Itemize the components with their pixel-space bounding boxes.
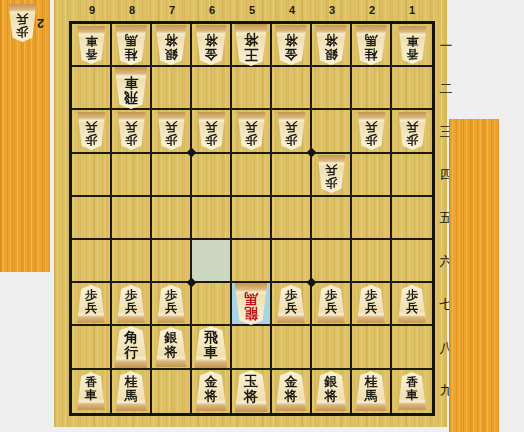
piece-kanji: 兵 bbox=[406, 120, 418, 133]
gote-pawn[interactable]: 歩兵 bbox=[237, 112, 266, 150]
sente-lance[interactable]: 香車 bbox=[77, 372, 106, 410]
square-5-4[interactable] bbox=[232, 154, 272, 197]
square-6-3[interactable]: 歩兵 bbox=[192, 110, 232, 153]
gote-pawn[interactable]: 歩兵 bbox=[117, 112, 146, 150]
gote-hand-pawn-count: 2 bbox=[37, 16, 44, 31]
square-9-1[interactable]: 香車 bbox=[72, 24, 112, 67]
piece-kanji: 歩 bbox=[406, 289, 418, 302]
square-9-2[interactable] bbox=[72, 67, 112, 110]
piece-kanji: 将 bbox=[165, 32, 178, 46]
gote-lance[interactable]: 香車 bbox=[398, 26, 427, 64]
piece-kanji: 香 bbox=[406, 46, 418, 59]
gote-silver[interactable]: 銀将 bbox=[155, 25, 187, 65]
square-9-4[interactable] bbox=[72, 154, 112, 197]
piece-kanji: 金 bbox=[285, 375, 298, 389]
piece-kanji: 車 bbox=[124, 74, 138, 89]
square-6-1[interactable]: 金将 bbox=[192, 24, 232, 67]
piece-kanji: 馬 bbox=[125, 32, 138, 46]
square-5-1[interactable]: 王将 bbox=[232, 24, 272, 67]
square-9-5[interactable] bbox=[72, 197, 112, 240]
piece-kanji: 将 bbox=[244, 31, 258, 46]
piece-kanji: 将 bbox=[205, 389, 218, 403]
piece-kanji: 歩 bbox=[365, 133, 377, 146]
piece-kanji: 兵 bbox=[125, 302, 137, 315]
piece-kanji: 兵 bbox=[85, 302, 97, 315]
file-label-6: 6 bbox=[200, 4, 224, 16]
piece-kanji: 歩 bbox=[285, 289, 297, 302]
piece-kanji: 飛 bbox=[204, 330, 218, 345]
square-6-5[interactable] bbox=[192, 197, 232, 240]
piece-kanji: 銀 bbox=[325, 375, 338, 389]
square-2-9[interactable]: 桂馬 bbox=[352, 370, 392, 413]
square-7-4[interactable] bbox=[152, 154, 192, 197]
gote-knight[interactable]: 桂馬 bbox=[355, 25, 387, 65]
piece-kanji: 桂 bbox=[125, 46, 138, 60]
gote-knight[interactable]: 桂馬 bbox=[115, 25, 147, 65]
square-1-8[interactable] bbox=[392, 326, 432, 369]
square-3-5[interactable] bbox=[312, 197, 352, 240]
square-6-9[interactable]: 金将 bbox=[192, 370, 232, 413]
square-2-3[interactable]: 歩兵 bbox=[352, 110, 392, 153]
piece-kanji: 王 bbox=[244, 46, 258, 61]
square-5-5[interactable] bbox=[232, 197, 272, 240]
file-label-8: 8 bbox=[120, 4, 144, 16]
square-3-2[interactable] bbox=[312, 67, 352, 110]
square-9-6[interactable] bbox=[72, 240, 112, 283]
piece-kanji: 兵 bbox=[406, 302, 418, 315]
square-1-3[interactable]: 歩兵 bbox=[392, 110, 432, 153]
gote-pawn[interactable]: 歩兵 bbox=[317, 155, 346, 193]
square-7-9[interactable] bbox=[152, 370, 192, 413]
rank-label-1: 一 bbox=[437, 37, 455, 55]
square-7-8[interactable]: 銀将 bbox=[152, 326, 192, 369]
square-8-8[interactable]: 角行 bbox=[112, 326, 152, 369]
file-label-9: 9 bbox=[80, 4, 104, 16]
square-3-9[interactable]: 銀将 bbox=[312, 370, 352, 413]
piece-kanji: 歩 bbox=[17, 25, 29, 38]
piece-kanji: 行 bbox=[124, 345, 138, 360]
square-9-3[interactable]: 歩兵 bbox=[72, 110, 112, 153]
square-8-5[interactable] bbox=[112, 197, 152, 240]
sente-pawn[interactable]: 歩兵 bbox=[357, 285, 386, 323]
gote-king[interactable]: 王将 bbox=[234, 24, 268, 66]
rank-label-2: 二 bbox=[437, 80, 455, 98]
square-4-5[interactable] bbox=[272, 197, 312, 240]
piece-kanji: 将 bbox=[325, 32, 338, 46]
file-label-1: 1 bbox=[400, 4, 424, 16]
gote-gold[interactable]: 金将 bbox=[195, 25, 227, 65]
piece-kanji: 歩 bbox=[165, 289, 177, 302]
piece-kanji: 将 bbox=[165, 345, 178, 359]
sente-pawn[interactable]: 歩兵 bbox=[117, 285, 146, 323]
piece-kanji: 兵 bbox=[205, 120, 217, 133]
sente-bishop[interactable]: 角行 bbox=[114, 326, 148, 368]
file-label-4: 4 bbox=[280, 4, 304, 16]
piece-kanji: 歩 bbox=[406, 133, 418, 146]
piece-kanji: 歩 bbox=[125, 133, 137, 146]
sente-pawn[interactable]: 歩兵 bbox=[398, 285, 427, 323]
square-2-8[interactable] bbox=[352, 326, 392, 369]
piece-kanji: 将 bbox=[325, 389, 338, 403]
piece-kanji: 兵 bbox=[325, 163, 337, 176]
gote-rook[interactable]: 飛車 bbox=[114, 67, 148, 109]
piece-kanji: 香 bbox=[85, 46, 97, 59]
file-label-3: 3 bbox=[320, 4, 344, 16]
square-7-2[interactable] bbox=[152, 67, 192, 110]
square-6-7[interactable] bbox=[192, 283, 232, 326]
piece-kanji: 兵 bbox=[125, 120, 137, 133]
piece-kanji: 兵 bbox=[285, 120, 297, 133]
square-4-4[interactable] bbox=[272, 154, 312, 197]
piece-kanji: 兵 bbox=[365, 302, 377, 315]
piece-kanji: 兵 bbox=[17, 12, 29, 25]
square-4-2[interactable] bbox=[272, 67, 312, 110]
piece-kanji: 桂 bbox=[365, 375, 378, 389]
piece-kanji: 歩 bbox=[325, 176, 337, 189]
gote-pawn[interactable]: 歩兵 bbox=[277, 112, 306, 150]
shogi-board: 987654321 香車桂馬銀将金将王将金将銀将桂馬香車飛車歩兵歩兵歩兵歩兵歩兵… bbox=[54, 0, 447, 427]
square-4-9[interactable]: 金将 bbox=[272, 370, 312, 413]
piece-kanji: 馬 bbox=[244, 290, 258, 305]
square-5-3[interactable]: 歩兵 bbox=[232, 110, 272, 153]
square-8-3[interactable]: 歩兵 bbox=[112, 110, 152, 153]
piece-kanji: 兵 bbox=[285, 302, 297, 315]
gote-pawn[interactable]: 歩兵 bbox=[8, 4, 37, 42]
piece-kanji: 龍 bbox=[244, 305, 258, 320]
piece-kanji: 将 bbox=[285, 389, 298, 403]
gote-pawn[interactable]: 歩兵 bbox=[77, 112, 106, 150]
piece-kanji: 歩 bbox=[285, 133, 297, 146]
sente-pawn[interactable]: 歩兵 bbox=[77, 285, 106, 323]
square-3-4[interactable]: 歩兵 bbox=[312, 154, 352, 197]
sente-pawn[interactable]: 歩兵 bbox=[277, 285, 306, 323]
sente-rook[interactable]: 飛車 bbox=[194, 326, 228, 368]
gote-hand-stand[interactable]: 歩兵2 bbox=[0, 0, 50, 272]
square-5-8[interactable] bbox=[232, 326, 272, 369]
square-4-7[interactable]: 歩兵 bbox=[272, 283, 312, 326]
piece-kanji: 歩 bbox=[245, 133, 257, 146]
piece-kanji: 車 bbox=[406, 33, 418, 46]
square-1-5[interactable] bbox=[392, 197, 432, 240]
gote-silver[interactable]: 銀将 bbox=[315, 25, 347, 65]
square-6-2[interactable] bbox=[192, 67, 232, 110]
piece-kanji: 歩 bbox=[165, 133, 177, 146]
sente-knight[interactable]: 桂馬 bbox=[355, 371, 387, 411]
piece-kanji: 歩 bbox=[205, 133, 217, 146]
square-8-4[interactable] bbox=[112, 154, 152, 197]
piece-kanji: 飛 bbox=[124, 89, 138, 104]
piece-kanji: 将 bbox=[244, 389, 258, 404]
piece-kanji: 車 bbox=[85, 33, 97, 46]
piece-kanji: 将 bbox=[285, 32, 298, 46]
piece-kanji: 銀 bbox=[325, 46, 338, 60]
piece-kanji: 車 bbox=[406, 389, 418, 402]
piece-kanji: 銀 bbox=[165, 46, 178, 60]
square-2-1[interactable]: 桂馬 bbox=[352, 24, 392, 67]
file-label-5: 5 bbox=[240, 4, 264, 16]
sente-gold[interactable]: 金将 bbox=[275, 371, 307, 411]
square-6-8[interactable]: 飛車 bbox=[192, 326, 232, 369]
gote-gold[interactable]: 金将 bbox=[275, 25, 307, 65]
square-1-1[interactable]: 香車 bbox=[392, 24, 432, 67]
sente-gold[interactable]: 金将 bbox=[195, 371, 227, 411]
square-4-6[interactable] bbox=[272, 240, 312, 283]
square-9-8[interactable] bbox=[72, 326, 112, 369]
square-1-4[interactable] bbox=[392, 154, 432, 197]
square-8-6[interactable] bbox=[112, 240, 152, 283]
piece-kanji: 金 bbox=[205, 46, 218, 60]
square-9-7[interactable]: 歩兵 bbox=[72, 283, 112, 326]
sente-knight[interactable]: 桂馬 bbox=[115, 371, 147, 411]
square-3-8[interactable] bbox=[312, 326, 352, 369]
gote-pawn[interactable]: 歩兵 bbox=[398, 112, 427, 150]
square-5-2[interactable] bbox=[232, 67, 272, 110]
sente-silver[interactable]: 銀将 bbox=[155, 327, 187, 367]
gote-promoted-bishop[interactable]: 龍馬 bbox=[234, 283, 268, 325]
piece-kanji: 車 bbox=[204, 345, 218, 360]
gote-pawn[interactable]: 歩兵 bbox=[357, 112, 386, 150]
piece-kanji: 金 bbox=[285, 46, 298, 60]
piece-kanji: 歩 bbox=[85, 133, 97, 146]
sente-pawn[interactable]: 歩兵 bbox=[157, 285, 186, 323]
piece-kanji: 角 bbox=[124, 330, 138, 345]
file-label-2: 2 bbox=[360, 4, 384, 16]
piece-kanji: 歩 bbox=[365, 289, 377, 302]
square-6-4[interactable] bbox=[192, 154, 232, 197]
square-3-7[interactable]: 歩兵 bbox=[312, 283, 352, 326]
piece-kanji: 玉 bbox=[244, 374, 258, 389]
piece-kanji: 兵 bbox=[85, 120, 97, 133]
square-8-2[interactable]: 飛車 bbox=[112, 67, 152, 110]
piece-kanji: 将 bbox=[205, 32, 218, 46]
square-5-6[interactable] bbox=[232, 240, 272, 283]
square-2-2[interactable] bbox=[352, 67, 392, 110]
square-4-1[interactable]: 金将 bbox=[272, 24, 312, 67]
square-8-1[interactable]: 桂馬 bbox=[112, 24, 152, 67]
piece-kanji: 馬 bbox=[365, 32, 378, 46]
square-7-3[interactable]: 歩兵 bbox=[152, 110, 192, 153]
square-4-8[interactable] bbox=[272, 326, 312, 369]
piece-kanji: 桂 bbox=[365, 46, 378, 60]
piece-kanji: 銀 bbox=[165, 331, 178, 345]
piece-kanji: 馬 bbox=[125, 389, 138, 403]
piece-kanji: 兵 bbox=[165, 302, 177, 315]
square-5-9[interactable]: 玉将 bbox=[232, 370, 272, 413]
sente-lance[interactable]: 香車 bbox=[398, 372, 427, 410]
square-8-9[interactable]: 桂馬 bbox=[112, 370, 152, 413]
piece-kanji: 兵 bbox=[245, 120, 257, 133]
piece-kanji: 歩 bbox=[85, 289, 97, 302]
board-grid: 香車桂馬銀将金将王将金将銀将桂馬香車飛車歩兵歩兵歩兵歩兵歩兵歩兵歩兵歩兵歩兵歩兵… bbox=[69, 21, 435, 416]
square-4-3[interactable]: 歩兵 bbox=[272, 110, 312, 153]
sente-hand-stand[interactable] bbox=[449, 119, 499, 432]
piece-kanji: 兵 bbox=[365, 120, 377, 133]
sente-pawn[interactable]: 歩兵 bbox=[317, 285, 346, 323]
square-3-1[interactable]: 銀将 bbox=[312, 24, 352, 67]
gote-pawn[interactable]: 歩兵 bbox=[157, 112, 186, 150]
square-2-5[interactable] bbox=[352, 197, 392, 240]
gote-pawn[interactable]: 歩兵 bbox=[197, 112, 226, 150]
piece-kanji: 桂 bbox=[125, 375, 138, 389]
file-label-7: 7 bbox=[160, 4, 184, 16]
square-7-5[interactable] bbox=[152, 197, 192, 240]
square-5-7[interactable]: 龍馬 bbox=[232, 283, 272, 326]
square-7-6[interactable] bbox=[152, 240, 192, 283]
piece-kanji: 兵 bbox=[165, 120, 177, 133]
piece-kanji: 金 bbox=[205, 375, 218, 389]
piece-kanji: 兵 bbox=[325, 302, 337, 315]
square-7-1[interactable]: 銀将 bbox=[152, 24, 192, 67]
piece-kanji: 車 bbox=[85, 389, 97, 402]
square-1-2[interactable] bbox=[392, 67, 432, 110]
square-1-7[interactable]: 歩兵 bbox=[392, 283, 432, 326]
sente-silver[interactable]: 銀将 bbox=[315, 371, 347, 411]
square-8-7[interactable]: 歩兵 bbox=[112, 283, 152, 326]
shogi-app: 歩兵2 987654321 香車桂馬銀将金将王将金将銀将桂馬香車飛車歩兵歩兵歩兵… bbox=[0, 0, 524, 432]
piece-kanji: 歩 bbox=[125, 289, 137, 302]
gote-lance[interactable]: 香車 bbox=[77, 26, 106, 64]
square-3-3[interactable] bbox=[312, 110, 352, 153]
square-2-4[interactable] bbox=[352, 154, 392, 197]
piece-kanji: 歩 bbox=[325, 289, 337, 302]
square-2-7[interactable]: 歩兵 bbox=[352, 283, 392, 326]
square-6-6[interactable] bbox=[192, 240, 232, 283]
square-9-9[interactable]: 香車 bbox=[72, 370, 112, 413]
square-2-6[interactable] bbox=[352, 240, 392, 283]
square-1-9[interactable]: 香車 bbox=[392, 370, 432, 413]
sente-king[interactable]: 玉将 bbox=[234, 370, 268, 412]
square-1-6[interactable] bbox=[392, 240, 432, 283]
square-7-7[interactable]: 歩兵 bbox=[152, 283, 192, 326]
piece-kanji: 馬 bbox=[365, 389, 378, 403]
square-3-6[interactable] bbox=[312, 240, 352, 283]
